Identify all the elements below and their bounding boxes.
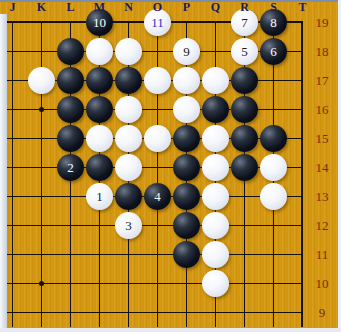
intersection-R9[interactable] bbox=[230, 298, 259, 327]
stone-black-L18 bbox=[57, 38, 84, 65]
col-label-T: T bbox=[298, 0, 306, 15]
row-labels: 191817161514131211109 bbox=[307, 8, 337, 327]
intersection-K12[interactable] bbox=[27, 211, 56, 240]
column-labels: JKLMNOPQRST bbox=[0, 0, 317, 14]
intersection-N9[interactable] bbox=[114, 298, 143, 327]
intersection-Q9[interactable] bbox=[201, 298, 230, 327]
stone-white-S13 bbox=[260, 183, 287, 210]
intersection-N10[interactable] bbox=[114, 269, 143, 298]
move-number-2: 2 bbox=[57, 154, 84, 181]
intersection-Q18[interactable] bbox=[201, 37, 230, 66]
go-board-window: JKLMNOPQRST 191817161514131211109 101178… bbox=[0, 0, 341, 332]
row-label-18: 18 bbox=[307, 44, 337, 60]
intersection-P10[interactable] bbox=[172, 269, 201, 298]
intersection-S16[interactable] bbox=[259, 95, 288, 124]
move-number-6: 6 bbox=[260, 38, 287, 65]
intersection-M11[interactable] bbox=[85, 240, 114, 269]
window-edge-left bbox=[0, 14, 7, 332]
window-edge-top bbox=[0, 0, 341, 2]
stone-black-R16 bbox=[231, 96, 258, 123]
stone-white-Q13 bbox=[202, 183, 229, 210]
intersection-S17[interactable] bbox=[259, 66, 288, 95]
row-label-15: 15 bbox=[307, 131, 337, 147]
stone-white-M13: 1 bbox=[86, 183, 113, 210]
intersection-K18[interactable] bbox=[27, 37, 56, 66]
stone-black-P15 bbox=[173, 125, 200, 152]
intersection-S11[interactable] bbox=[259, 240, 288, 269]
intersection-M12[interactable] bbox=[85, 211, 114, 240]
stone-white-S14 bbox=[260, 154, 287, 181]
stone-white-R18: 5 bbox=[231, 38, 258, 65]
intersection-K10[interactable] bbox=[27, 269, 56, 298]
col-label-O: O bbox=[153, 0, 162, 15]
stone-white-N12: 3 bbox=[115, 212, 142, 239]
stone-black-S15 bbox=[260, 125, 287, 152]
intersection-M10[interactable] bbox=[85, 269, 114, 298]
intersection-K11[interactable] bbox=[27, 240, 56, 269]
move-number-5: 5 bbox=[231, 38, 258, 65]
stone-white-K17 bbox=[28, 67, 55, 94]
stone-black-N17 bbox=[115, 67, 142, 94]
row-label-19: 19 bbox=[307, 15, 337, 31]
intersection-O9[interactable] bbox=[143, 298, 172, 327]
stone-white-N14 bbox=[115, 154, 142, 181]
intersection-L10[interactable] bbox=[56, 269, 85, 298]
col-label-S: S bbox=[270, 0, 277, 15]
intersection-R12[interactable] bbox=[230, 211, 259, 240]
intersection-O12[interactable] bbox=[143, 211, 172, 240]
stone-white-Q10 bbox=[202, 270, 229, 297]
intersection-R10[interactable] bbox=[230, 269, 259, 298]
intersection-O18[interactable] bbox=[143, 37, 172, 66]
stone-black-L17 bbox=[57, 67, 84, 94]
stone-black-R14 bbox=[231, 154, 258, 181]
stone-white-P17 bbox=[173, 67, 200, 94]
stone-black-R17 bbox=[231, 67, 258, 94]
stone-black-M16 bbox=[86, 96, 113, 123]
col-label-J: J bbox=[10, 0, 16, 15]
stone-white-M18 bbox=[86, 38, 113, 65]
stone-black-P14 bbox=[173, 154, 200, 181]
intersection-L11[interactable] bbox=[56, 240, 85, 269]
row-label-10: 10 bbox=[307, 276, 337, 292]
intersection-K14[interactable] bbox=[27, 153, 56, 182]
stone-white-M15 bbox=[86, 125, 113, 152]
stone-white-P16 bbox=[173, 96, 200, 123]
stone-white-P18: 9 bbox=[173, 38, 200, 65]
stone-black-P12 bbox=[173, 212, 200, 239]
stone-white-N15 bbox=[115, 125, 142, 152]
intersection-K13[interactable] bbox=[27, 182, 56, 211]
stone-white-O17 bbox=[144, 67, 171, 94]
stone-white-Q11 bbox=[202, 241, 229, 268]
stone-black-S18: 6 bbox=[260, 38, 287, 65]
stone-white-O15 bbox=[144, 125, 171, 152]
intersection-O11[interactable] bbox=[143, 240, 172, 269]
intersection-O10[interactable] bbox=[143, 269, 172, 298]
stone-white-Q12 bbox=[202, 212, 229, 239]
intersection-S12[interactable] bbox=[259, 211, 288, 240]
move-number-3: 3 bbox=[115, 212, 142, 239]
stone-white-Q14 bbox=[202, 154, 229, 181]
stone-black-R15 bbox=[231, 125, 258, 152]
stone-white-Q15 bbox=[202, 125, 229, 152]
col-label-N: N bbox=[124, 0, 133, 15]
col-label-R: R bbox=[240, 0, 249, 15]
intersection-L13[interactable] bbox=[56, 182, 85, 211]
intersection-K16[interactable] bbox=[27, 95, 56, 124]
stone-black-P11 bbox=[173, 241, 200, 268]
row-label-16: 16 bbox=[307, 102, 337, 118]
move-number-1: 1 bbox=[86, 183, 113, 210]
stone-black-L15 bbox=[57, 125, 84, 152]
intersection-M9[interactable] bbox=[85, 298, 114, 327]
stone-black-N13 bbox=[115, 183, 142, 210]
stone-white-N18 bbox=[115, 38, 142, 65]
col-label-P: P bbox=[183, 0, 190, 15]
intersection-K9[interactable] bbox=[27, 298, 56, 327]
stone-black-M14 bbox=[86, 154, 113, 181]
row-label-14: 14 bbox=[307, 160, 337, 176]
go-grid: 1011789562143 bbox=[0, 8, 317, 327]
intersection-L9[interactable] bbox=[56, 298, 85, 327]
stone-black-Q16 bbox=[202, 96, 229, 123]
row-label-12: 12 bbox=[307, 218, 337, 234]
intersection-N11[interactable] bbox=[114, 240, 143, 269]
col-label-L: L bbox=[66, 0, 74, 15]
col-label-K: K bbox=[37, 0, 46, 15]
stone-white-Q17 bbox=[202, 67, 229, 94]
stone-black-L14: 2 bbox=[57, 154, 84, 181]
window-edge-bottom bbox=[0, 328, 341, 332]
stone-black-O13: 4 bbox=[144, 183, 171, 210]
row-label-11: 11 bbox=[307, 247, 337, 263]
move-number-9: 9 bbox=[173, 38, 200, 65]
intersection-L12[interactable] bbox=[56, 211, 85, 240]
intersection-R13[interactable] bbox=[230, 182, 259, 211]
stone-white-N16 bbox=[115, 96, 142, 123]
row-label-17: 17 bbox=[307, 73, 337, 89]
col-label-Q: Q bbox=[211, 0, 220, 15]
intersection-O14[interactable] bbox=[143, 153, 172, 182]
intersection-O16[interactable] bbox=[143, 95, 172, 124]
row-label-13: 13 bbox=[307, 189, 337, 205]
stone-black-L16 bbox=[57, 96, 84, 123]
col-label-M: M bbox=[94, 0, 105, 15]
intersection-P9[interactable] bbox=[172, 298, 201, 327]
stone-black-M17 bbox=[86, 67, 113, 94]
row-label-9: 9 bbox=[307, 305, 337, 321]
stone-black-P13 bbox=[173, 183, 200, 210]
move-number-4: 4 bbox=[144, 183, 171, 210]
intersection-R11[interactable] bbox=[230, 240, 259, 269]
intersection-S10[interactable] bbox=[259, 269, 288, 298]
intersection-K15[interactable] bbox=[27, 124, 56, 153]
intersection-S9[interactable] bbox=[259, 298, 288, 327]
